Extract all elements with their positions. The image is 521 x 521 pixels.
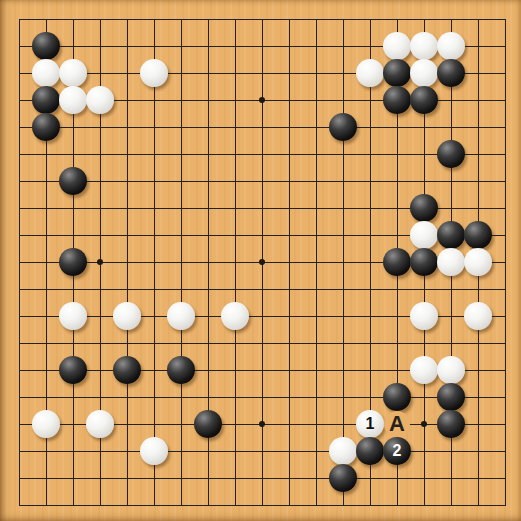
white-stone[interactable] <box>464 248 492 276</box>
star-point <box>97 259 103 265</box>
white-stone[interactable] <box>59 59 87 87</box>
white-stone[interactable] <box>59 86 87 114</box>
go-board[interactable]: 12 A <box>0 0 521 521</box>
star-point <box>259 259 265 265</box>
white-stone[interactable] <box>437 32 465 60</box>
black-stone[interactable] <box>113 356 141 384</box>
move-number-label: 2 <box>393 443 402 459</box>
black-stone[interactable] <box>59 356 87 384</box>
white-stone[interactable] <box>410 356 438 384</box>
black-stone[interactable] <box>329 464 357 492</box>
white-stone[interactable] <box>140 59 168 87</box>
black-stone[interactable]: 2 <box>383 437 411 465</box>
white-stone[interactable] <box>221 302 249 330</box>
move-number-label: 1 <box>366 416 375 432</box>
point-letter-label[interactable]: A <box>384 411 410 437</box>
white-stone[interactable] <box>410 302 438 330</box>
black-stone[interactable] <box>437 410 465 438</box>
black-stone[interactable] <box>32 86 60 114</box>
black-stone[interactable] <box>437 383 465 411</box>
white-stone[interactable] <box>113 302 141 330</box>
white-stone[interactable] <box>410 59 438 87</box>
black-stone[interactable] <box>437 221 465 249</box>
white-stone[interactable] <box>167 302 195 330</box>
white-stone[interactable] <box>437 248 465 276</box>
black-stone[interactable] <box>464 221 492 249</box>
star-point <box>259 97 265 103</box>
black-stone[interactable] <box>437 59 465 87</box>
black-stone[interactable] <box>194 410 222 438</box>
white-stone[interactable] <box>32 410 60 438</box>
star-point <box>421 421 427 427</box>
black-stone[interactable] <box>410 86 438 114</box>
white-stone[interactable] <box>329 437 357 465</box>
star-point <box>259 421 265 427</box>
black-stone[interactable] <box>59 248 87 276</box>
black-stone[interactable] <box>383 383 411 411</box>
white-stone[interactable] <box>437 356 465 384</box>
black-stone[interactable] <box>59 167 87 195</box>
black-stone[interactable] <box>356 437 384 465</box>
black-stone[interactable] <box>329 113 357 141</box>
black-stone[interactable] <box>383 86 411 114</box>
black-stone[interactable] <box>167 356 195 384</box>
black-stone[interactable] <box>383 59 411 87</box>
white-stone[interactable] <box>464 302 492 330</box>
white-stone[interactable] <box>356 59 384 87</box>
black-stone[interactable] <box>32 32 60 60</box>
white-stone[interactable] <box>140 437 168 465</box>
white-stone[interactable]: 1 <box>356 410 384 438</box>
white-stone[interactable] <box>86 86 114 114</box>
white-stone[interactable] <box>410 32 438 60</box>
black-stone[interactable] <box>32 113 60 141</box>
black-stone[interactable] <box>410 248 438 276</box>
white-stone[interactable] <box>59 302 87 330</box>
white-stone[interactable] <box>32 59 60 87</box>
white-stone[interactable] <box>86 410 114 438</box>
white-stone[interactable] <box>383 32 411 60</box>
black-stone[interactable] <box>437 140 465 168</box>
black-stone[interactable] <box>410 194 438 222</box>
black-stone[interactable] <box>383 248 411 276</box>
white-stone[interactable] <box>410 221 438 249</box>
